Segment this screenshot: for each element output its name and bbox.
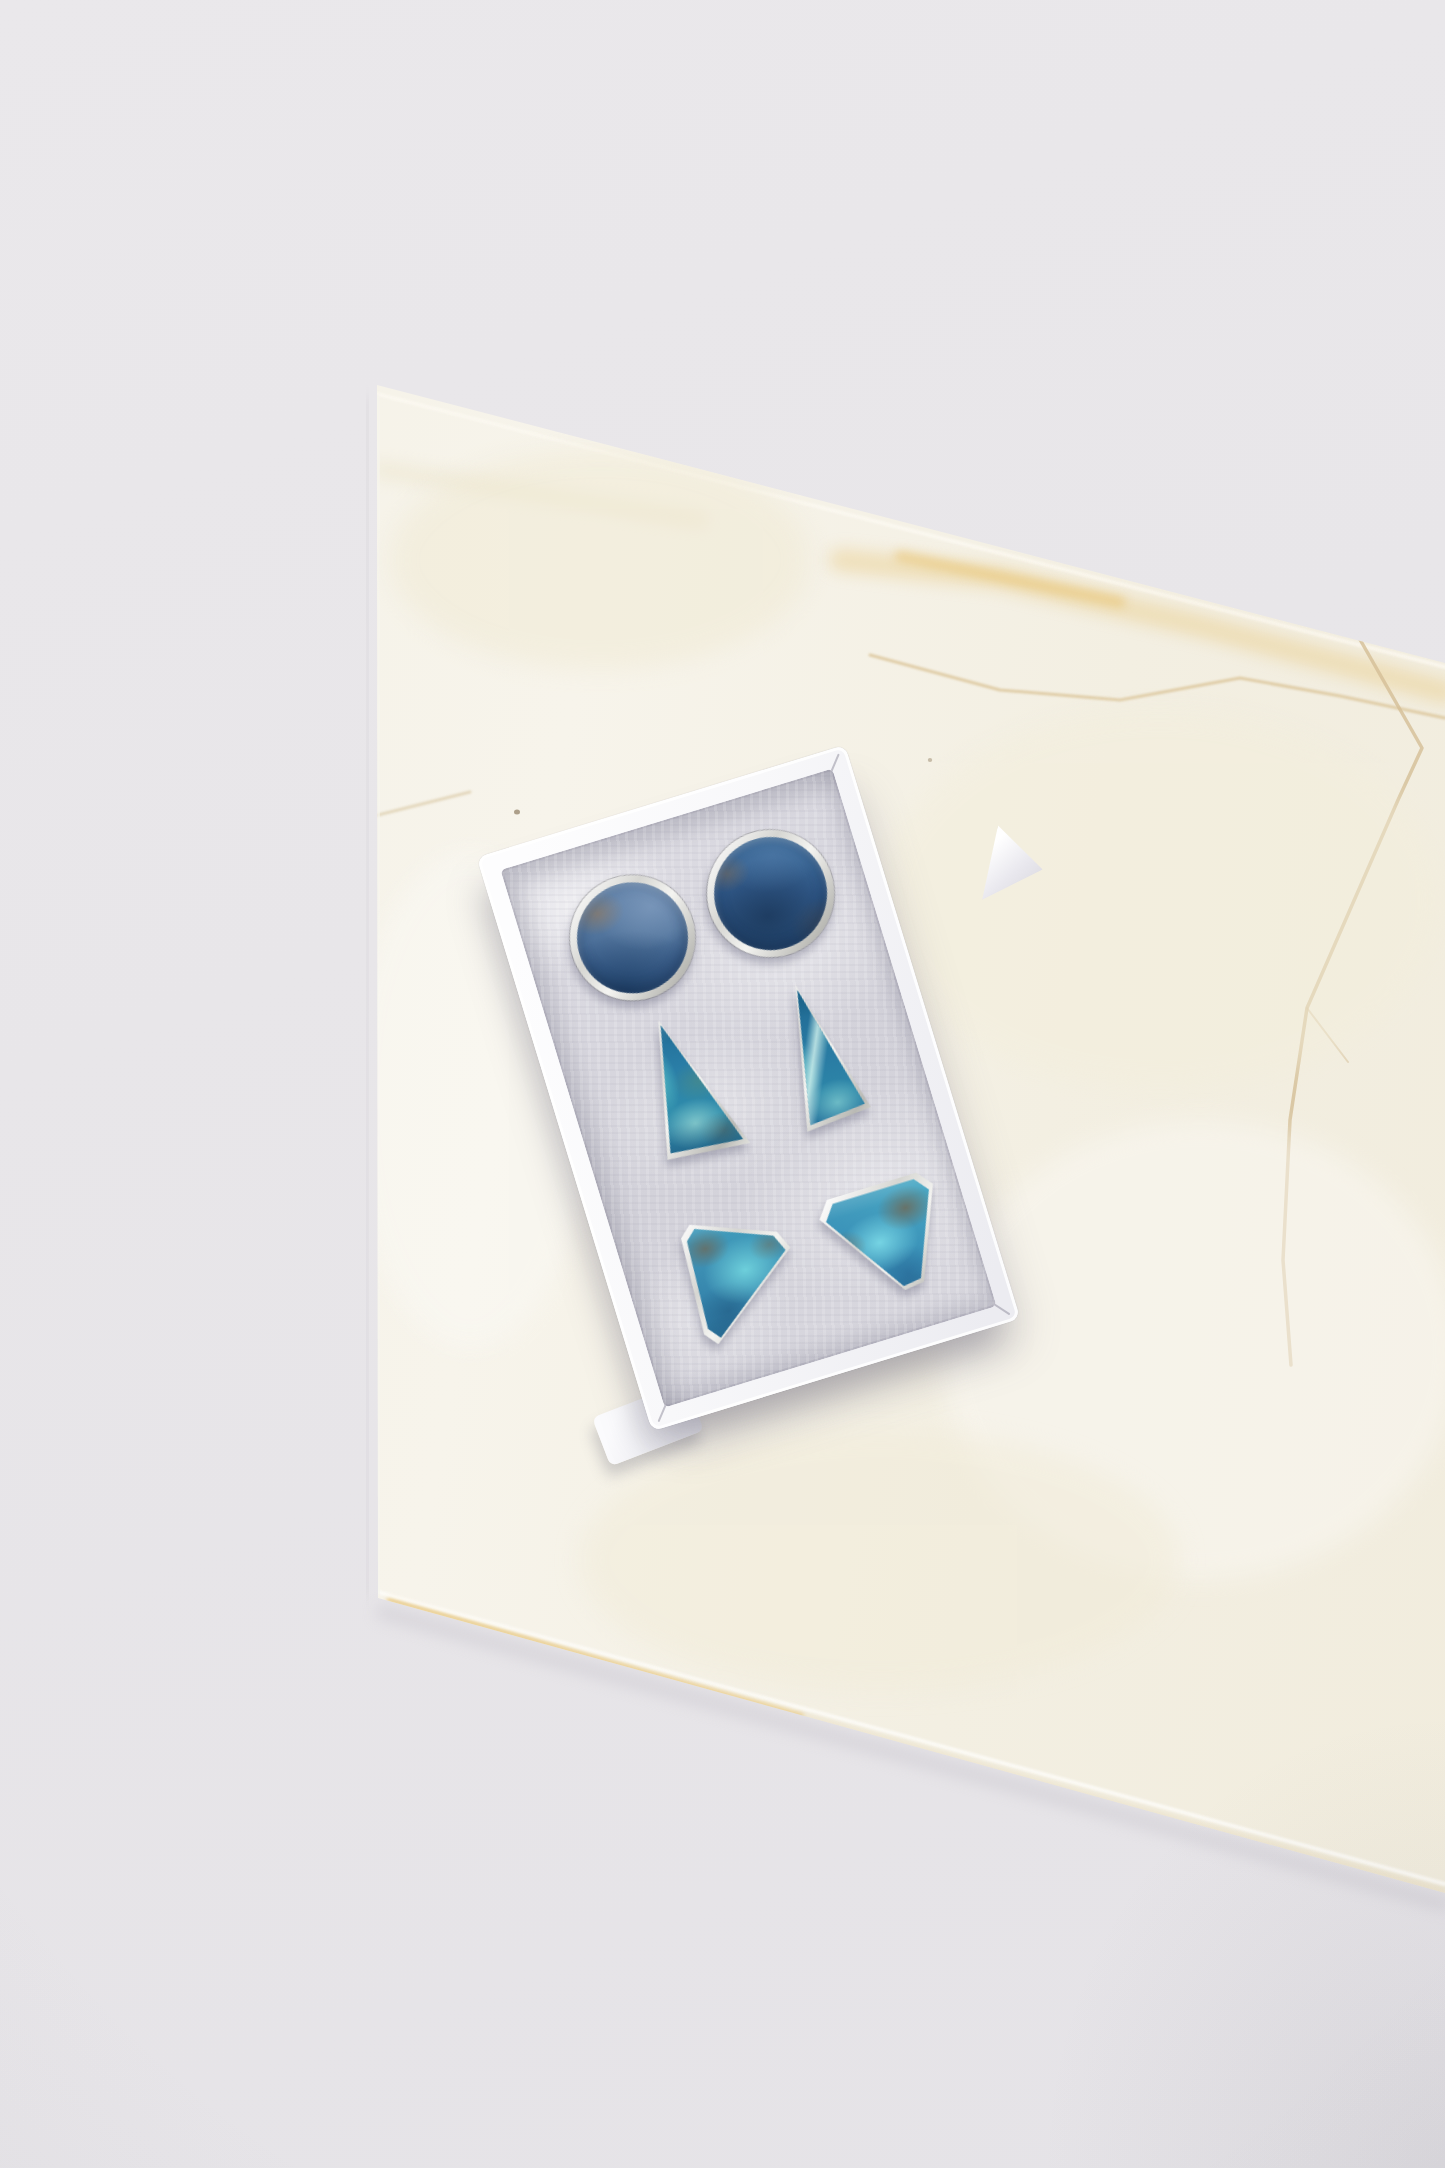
photograph-scene bbox=[0, 0, 1445, 2168]
denim-blue-stone bbox=[563, 869, 702, 1008]
turquoise-trillion-stone bbox=[817, 1171, 962, 1318]
denim-blue-stone bbox=[700, 823, 841, 964]
